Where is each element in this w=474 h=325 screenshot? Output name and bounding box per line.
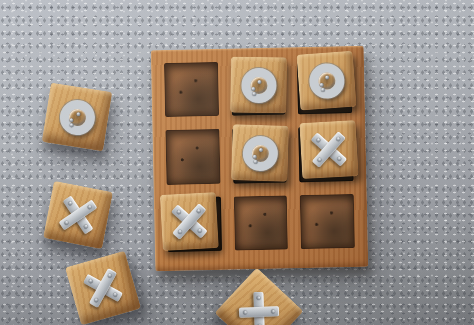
screw-icon: [69, 123, 74, 128]
x-cross-icon: [301, 122, 357, 178]
screw-icon: [253, 160, 257, 164]
screw-icon: [320, 83, 324, 87]
cell-r0c0[interactable]: [164, 62, 219, 117]
cell-r2c2[interactable]: [300, 194, 355, 249]
board-grid: [151, 46, 369, 271]
screw-icon: [252, 92, 256, 96]
cell-r1c2[interactable]: [299, 126, 354, 181]
piece-cube-o[interactable]: [231, 124, 289, 182]
cell-r0c2[interactable]: [297, 59, 352, 114]
screw-icon: [243, 310, 247, 314]
cell-r2c1[interactable]: [233, 195, 288, 250]
piece-cube-x[interactable]: [160, 192, 219, 251]
o-ring-icon: [309, 62, 346, 99]
screw-icon: [69, 118, 74, 123]
piece-cube-o[interactable]: [230, 57, 287, 114]
o-ring-icon: [242, 136, 278, 172]
off-board-piece-3[interactable]: [65, 251, 141, 325]
screw-icon: [252, 155, 256, 159]
screw-icon: [321, 88, 325, 92]
cell-r0c1[interactable]: [231, 60, 286, 115]
o-ring-icon: [241, 68, 276, 103]
x-cross-icon: [76, 261, 130, 315]
x-cross-icon: [161, 193, 217, 249]
screw-icon: [257, 80, 261, 84]
piece-cube-o[interactable]: [297, 51, 357, 111]
off-board-piece-2[interactable]: [43, 181, 113, 249]
screw-icon: [325, 75, 329, 79]
screw-icon: [251, 87, 255, 91]
o-ring-icon: [57, 98, 97, 138]
piece-cube-x[interactable]: [300, 120, 359, 179]
screw-icon: [259, 148, 263, 152]
cell-r2c0[interactable]: [167, 196, 222, 251]
off-board-piece-4[interactable]: [214, 268, 303, 325]
cell-r1c0[interactable]: [165, 129, 220, 184]
screw-icon: [76, 112, 81, 117]
x-cross-icon: [238, 291, 279, 325]
photo-scene: [0, 0, 474, 325]
tic-tac-toe-board: [151, 46, 369, 271]
x-cross-icon: [50, 187, 106, 243]
cell-r1c1[interactable]: [232, 128, 287, 183]
off-board-piece-1[interactable]: [42, 83, 113, 152]
